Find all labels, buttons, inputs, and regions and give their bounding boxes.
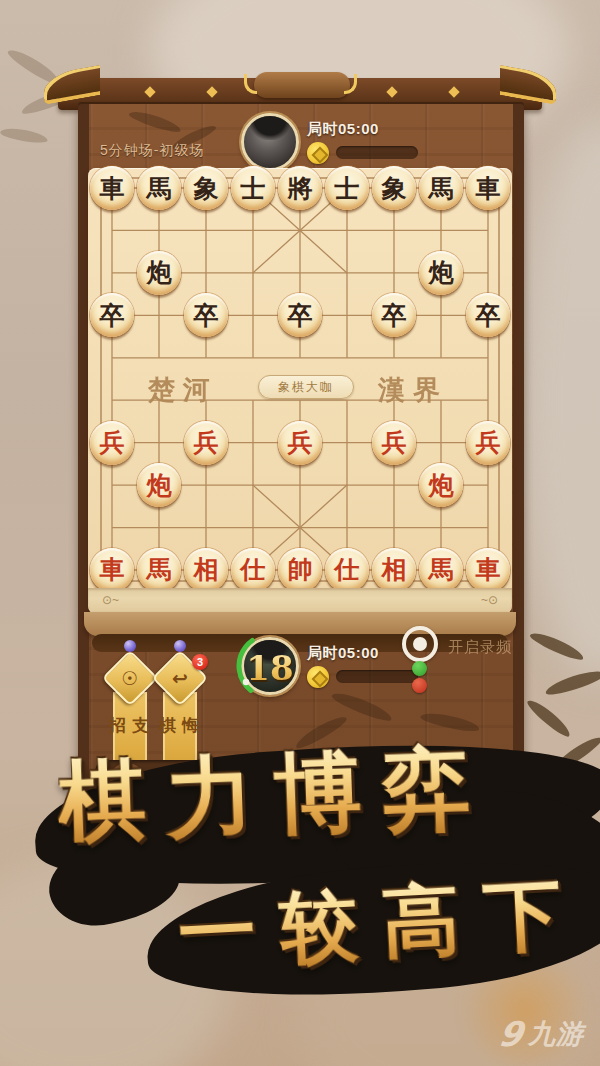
river-badge: 象棋大咖 — [258, 375, 354, 399]
watermark-text: 九游 — [528, 1016, 584, 1052]
piece-馬[interactable]: 馬 — [137, 548, 181, 592]
undo-count-badge: 3 — [192, 654, 208, 670]
opponent-avatar[interactable] — [241, 113, 299, 171]
piece-炮[interactable]: 炮 — [419, 251, 463, 295]
piece-象[interactable]: 象 — [184, 166, 228, 210]
piece-兵[interactable]: 兵 — [466, 421, 510, 465]
piece-車[interactable]: 車 — [466, 548, 510, 592]
pendant-bead-icon — [124, 640, 136, 652]
piece-仕[interactable]: 仕 — [231, 548, 275, 592]
piece-炮[interactable]: 炮 — [419, 463, 463, 507]
bamboo-leaf-icon — [544, 667, 600, 699]
piece-馬[interactable]: 馬 — [419, 166, 463, 210]
piece-卒[interactable]: 卒 — [184, 293, 228, 337]
record-button[interactable] — [402, 626, 438, 662]
lightbulb-icon: ☉ — [121, 669, 138, 688]
player-progress-bar — [336, 670, 418, 683]
bamboo-leaf-icon — [524, 696, 573, 740]
red-status-dot — [412, 678, 427, 693]
opponent-timer-label: 局时05:00 — [307, 120, 379, 139]
scroll-ornament-icon: ⊙~ — [102, 593, 119, 607]
move-countdown: 18 — [238, 648, 302, 688]
piece-相[interactable]: 相 — [184, 548, 228, 592]
river-label-left: 楚河 — [148, 372, 218, 408]
coin-icon — [307, 142, 329, 164]
opponent-progress-bar — [336, 146, 418, 159]
piece-卒[interactable]: 卒 — [278, 293, 322, 337]
slogan-line-2: 一较高下 — [176, 861, 589, 987]
undo-icon: ↩ — [172, 669, 188, 688]
screenshot-stage: 5分钟场-初级场 局时05:00 車馬象士將士象馬車炮炮卒卒卒卒卒兵兵兵兵兵炮炮… — [0, 0, 600, 1066]
match-mode-label: 5分钟场-初级场 — [100, 142, 204, 160]
piece-仕[interactable]: 仕 — [325, 548, 369, 592]
roof-diamond-icon — [206, 86, 217, 97]
piece-兵[interactable]: 兵 — [278, 421, 322, 465]
coin-icon — [307, 666, 329, 688]
slogan-line-1: 棋力博弈 — [56, 728, 492, 862]
piece-車[interactable]: 車 — [466, 166, 510, 210]
piece-卒[interactable]: 卒 — [466, 293, 510, 337]
pendant-bead-icon — [174, 640, 186, 652]
roof-log — [254, 72, 350, 98]
hint-button-label: 支招 — [107, 702, 153, 706]
piece-象[interactable]: 象 — [372, 166, 416, 210]
roof-diamond-icon — [144, 86, 155, 97]
roof-curl-icon — [344, 74, 357, 94]
roof-diamond-icon — [386, 86, 397, 97]
player-timer-label: 局时05:00 — [307, 644, 379, 663]
roof-curl-icon — [244, 74, 257, 94]
piece-車[interactable]: 車 — [90, 548, 134, 592]
piece-炮[interactable]: 炮 — [137, 463, 181, 507]
undo-button-label: 悔棋 — [157, 702, 203, 706]
piece-兵[interactable]: 兵 — [184, 421, 228, 465]
piece-士[interactable]: 士 — [231, 166, 275, 210]
piece-相[interactable]: 相 — [372, 548, 416, 592]
piece-兵[interactable]: 兵 — [372, 421, 416, 465]
piece-馬[interactable]: 馬 — [419, 548, 463, 592]
watermark-logo-icon: 9 — [497, 1017, 525, 1051]
river-label-right: 漢界 — [378, 372, 448, 408]
background-blob — [520, 120, 600, 680]
piece-將[interactable]: 將 — [278, 166, 322, 210]
roof-diamond-icon — [448, 86, 459, 97]
piece-車[interactable]: 車 — [90, 166, 134, 210]
piece-帥[interactable]: 帥 — [278, 548, 322, 592]
bamboo-leaf-icon — [0, 126, 49, 145]
piece-兵[interactable]: 兵 — [90, 421, 134, 465]
piece-卒[interactable]: 卒 — [90, 293, 134, 337]
piece-卒[interactable]: 卒 — [372, 293, 416, 337]
board-bottom-strip: ⊙~ ~⊙ — [88, 588, 512, 614]
scroll-ornament-icon: ~⊙ — [481, 593, 498, 607]
piece-士[interactable]: 士 — [325, 166, 369, 210]
piece-炮[interactable]: 炮 — [137, 251, 181, 295]
green-status-dot — [412, 661, 427, 676]
watermark: 9 九游 — [499, 1016, 584, 1052]
piece-馬[interactable]: 馬 — [137, 166, 181, 210]
record-button-label: 开启录频 — [448, 638, 512, 657]
